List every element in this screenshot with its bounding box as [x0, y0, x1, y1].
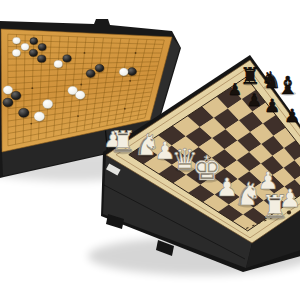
go-hoshi-point	[84, 52, 86, 54]
chess-piece-white-rook: ♜	[110, 124, 137, 159]
go-stone-white	[3, 86, 13, 94]
go-stone-black	[29, 49, 37, 56]
go-hoshi-point	[77, 115, 79, 117]
chess-piece-black-pawn: ♟	[284, 105, 300, 126]
go-stone-black	[95, 64, 104, 72]
go-stone-white	[13, 37, 21, 44]
go-stone-white	[119, 68, 128, 76]
go-stone-black	[30, 38, 38, 45]
chess-piece-black-pawn: ♟	[228, 80, 242, 99]
go-stone-white	[75, 91, 85, 100]
go-stone-black	[63, 55, 71, 62]
go-stone-white	[12, 49, 20, 56]
go-stone-white	[43, 100, 53, 109]
go-stone-black	[127, 68, 136, 76]
go-hoshi-point	[80, 84, 82, 86]
chess-piece-black-bishop: ♝	[277, 71, 299, 100]
go-stone-black	[86, 70, 95, 78]
chess-piece-black-pawn: ♟	[246, 90, 261, 110]
chess-piece-white-rook: ♜	[261, 188, 290, 226]
board-games-illustration: ♜♞♝♟♟♟♟♟♜♞♟♛♚♟♟♞♟♜	[0, 0, 300, 300]
go-stone-white	[21, 43, 29, 50]
product-photo-scene: ♜♞♝♟♟♟♟♟♜♞♟♛♚♟♟♞♟♜	[0, 0, 300, 300]
chess-piece-black-rook: ♜	[240, 63, 261, 89]
go-stone-black	[38, 44, 46, 51]
go-hoshi-point	[129, 80, 131, 82]
go-stone-black	[19, 108, 29, 117]
go-hoshi-point	[31, 87, 33, 89]
go-stone-white	[34, 112, 45, 121]
go-hoshi-point	[135, 52, 137, 54]
go-hoshi-point	[30, 123, 32, 125]
chess-piece-black-pawn: ♟	[264, 95, 280, 116]
go-stone-black	[37, 55, 45, 62]
go-stone-white	[54, 60, 63, 68]
go-hoshi-point	[124, 108, 126, 110]
chess-piece-white-knight: ♞	[234, 175, 263, 213]
go-stone-black	[3, 98, 13, 107]
